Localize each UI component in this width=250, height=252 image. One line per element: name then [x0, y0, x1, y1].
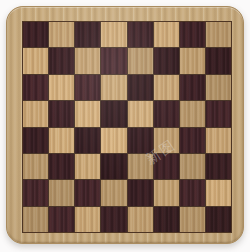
- square-b5[interactable]: [49, 101, 74, 126]
- square-g2[interactable]: [180, 180, 205, 205]
- square-b6[interactable]: [49, 75, 74, 100]
- square-d2[interactable]: [101, 180, 126, 205]
- square-c7[interactable]: [75, 48, 100, 73]
- board-grid: [23, 22, 231, 232]
- square-c4[interactable]: [75, 128, 100, 153]
- square-g4[interactable]: [180, 128, 205, 153]
- square-g1[interactable]: [180, 207, 205, 232]
- square-d1[interactable]: [101, 207, 126, 232]
- square-d3[interactable]: [101, 154, 126, 179]
- square-h7[interactable]: [206, 48, 231, 73]
- square-b2[interactable]: [49, 180, 74, 205]
- square-f5[interactable]: [154, 101, 179, 126]
- square-f1[interactable]: [154, 207, 179, 232]
- square-f7[interactable]: [154, 48, 179, 73]
- square-e7[interactable]: [128, 48, 153, 73]
- square-d5[interactable]: [101, 101, 126, 126]
- square-b7[interactable]: [49, 48, 74, 73]
- square-c1[interactable]: [75, 207, 100, 232]
- square-g7[interactable]: [180, 48, 205, 73]
- square-g8[interactable]: [180, 22, 205, 47]
- square-e6[interactable]: [128, 75, 153, 100]
- square-d7[interactable]: [101, 48, 126, 73]
- square-b4[interactable]: [49, 128, 74, 153]
- square-h3[interactable]: [206, 154, 231, 179]
- square-a6[interactable]: [23, 75, 48, 100]
- square-g3[interactable]: [180, 154, 205, 179]
- square-a5[interactable]: [23, 101, 48, 126]
- square-f8[interactable]: [154, 22, 179, 47]
- square-f3[interactable]: [154, 154, 179, 179]
- square-d6[interactable]: [101, 75, 126, 100]
- square-d8[interactable]: [101, 22, 126, 47]
- square-f6[interactable]: [154, 75, 179, 100]
- square-e4[interactable]: [128, 128, 153, 153]
- photo-background: 新图: [0, 0, 250, 252]
- square-c5[interactable]: [75, 101, 100, 126]
- square-e2[interactable]: [128, 180, 153, 205]
- square-e3[interactable]: [128, 154, 153, 179]
- square-a4[interactable]: [23, 128, 48, 153]
- square-a7[interactable]: [23, 48, 48, 73]
- square-f4[interactable]: [154, 128, 179, 153]
- square-h1[interactable]: [206, 207, 231, 232]
- square-a1[interactable]: [23, 207, 48, 232]
- square-g5[interactable]: [180, 101, 205, 126]
- square-h6[interactable]: [206, 75, 231, 100]
- square-d4[interactable]: [101, 128, 126, 153]
- square-a2[interactable]: [23, 180, 48, 205]
- square-f2[interactable]: [154, 180, 179, 205]
- chessboard: [6, 6, 244, 244]
- square-e8[interactable]: [128, 22, 153, 47]
- board-playing-area: [22, 21, 232, 233]
- square-e1[interactable]: [128, 207, 153, 232]
- square-a3[interactable]: [23, 154, 48, 179]
- square-c6[interactable]: [75, 75, 100, 100]
- square-c8[interactable]: [75, 22, 100, 47]
- square-g6[interactable]: [180, 75, 205, 100]
- square-b3[interactable]: [49, 154, 74, 179]
- square-h5[interactable]: [206, 101, 231, 126]
- square-a8[interactable]: [23, 22, 48, 47]
- square-h8[interactable]: [206, 22, 231, 47]
- square-b1[interactable]: [49, 207, 74, 232]
- square-c2[interactable]: [75, 180, 100, 205]
- square-h2[interactable]: [206, 180, 231, 205]
- square-c3[interactable]: [75, 154, 100, 179]
- square-h4[interactable]: [206, 128, 231, 153]
- square-b8[interactable]: [49, 22, 74, 47]
- square-e5[interactable]: [128, 101, 153, 126]
